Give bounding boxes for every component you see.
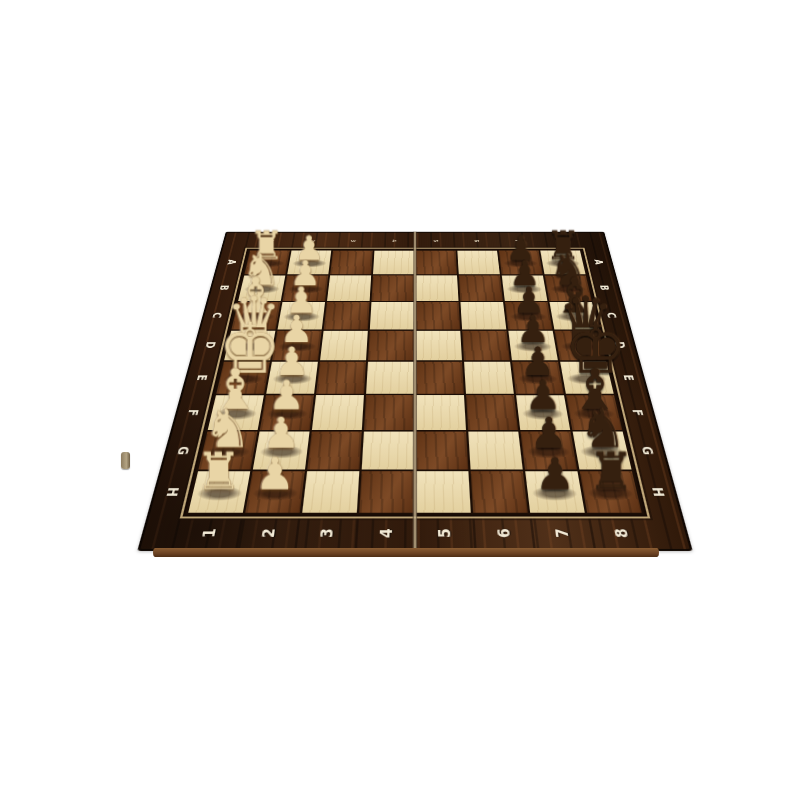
coordinate-label: H [648, 487, 668, 497]
rank-label-back-3: 3 [332, 232, 375, 250]
square-f5[interactable] [416, 395, 466, 430]
square-g5[interactable] [416, 432, 468, 470]
square-g3[interactable] [307, 432, 361, 470]
product-photo: ABCDEFGH ABCDEFGH 12345678 12345678 ♜♟♟♜… [0, 0, 800, 800]
coordinate-label: E [193, 374, 210, 380]
square-h4[interactable] [359, 471, 414, 513]
square-h1[interactable]: ♜ [188, 471, 250, 513]
square-b4[interactable] [371, 275, 414, 300]
chessboard-scene: ABCDEFGH ABCDEFGH 12345678 12345678 ♜♟♟♜… [190, 131, 640, 591]
square-h3[interactable] [302, 471, 359, 513]
brass-clasp [121, 452, 130, 469]
square-e4[interactable] [366, 362, 414, 394]
coordinate-label: 7 [552, 528, 573, 538]
square-c3[interactable] [324, 302, 370, 329]
coordinate-label: 4 [376, 528, 396, 538]
coordinate-label: A [591, 259, 606, 264]
square-e6[interactable] [464, 362, 514, 394]
square-b5[interactable] [416, 275, 459, 300]
rank-label-front-4: 4 [354, 515, 414, 551]
square-e3[interactable] [316, 362, 366, 394]
coordinate-label: A [224, 259, 239, 264]
coordinate-label: 2 [309, 239, 316, 241]
square-h2[interactable]: ♟ [245, 471, 305, 513]
square-c5[interactable] [416, 302, 460, 329]
rank-label-front-6: 6 [472, 515, 534, 551]
square-f3[interactable] [312, 395, 364, 430]
black-rook[interactable]: ♜ [584, 445, 638, 496]
square-g6[interactable] [468, 432, 522, 470]
white-rook[interactable]: ♜ [192, 445, 246, 496]
coordinate-label: 4 [391, 239, 398, 241]
rank-label-front-3: 3 [294, 515, 356, 551]
rank-label-front-1: 1 [177, 515, 241, 551]
coordinate-label: 5 [435, 528, 455, 538]
coordinate-label: F [628, 409, 646, 416]
coordinate-label: 1 [199, 528, 220, 538]
coordinate-label: H [162, 487, 182, 497]
square-e5[interactable] [416, 362, 464, 394]
square-d5[interactable] [416, 331, 462, 361]
coordinate-label: D [202, 342, 218, 349]
square-a6[interactable] [457, 251, 500, 275]
coordinate-label: 6 [473, 239, 480, 241]
square-d4[interactable] [368, 331, 414, 361]
board-front-edge [153, 548, 659, 557]
coordinate-label: 8 [610, 528, 631, 538]
coordinate-label: 3 [350, 239, 357, 241]
coordinate-label: 3 [317, 528, 337, 538]
coordinate-label: 5 [432, 239, 439, 241]
square-a3[interactable] [330, 251, 373, 275]
square-h8[interactable]: ♜ [580, 471, 642, 513]
coordinate-label: 6 [493, 528, 513, 538]
coordinate-label: F [184, 409, 202, 416]
rank-label-front-2: 2 [234, 515, 298, 551]
square-a4[interactable] [373, 251, 414, 275]
coordinate-label: G [638, 446, 657, 455]
square-b3[interactable] [327, 275, 371, 300]
coordinate-label: G [173, 446, 192, 455]
square-h5[interactable] [416, 471, 471, 513]
rank-label-back-5: 5 [415, 232, 457, 250]
rank-label-front-7: 7 [529, 515, 593, 551]
square-c6[interactable] [460, 302, 506, 329]
chess-board: ABCDEFGH ABCDEFGH 12345678 12345678 ♜♟♟♜… [137, 232, 692, 551]
square-f6[interactable] [466, 395, 518, 430]
coordinate-label: 7 [514, 239, 521, 241]
square-f4[interactable] [364, 395, 414, 430]
coordinate-label: 1 [268, 239, 275, 241]
square-h7[interactable]: ♟ [525, 471, 585, 513]
black-pawn[interactable]: ♟ [528, 452, 582, 496]
rank-label-front-5: 5 [414, 515, 474, 551]
square-h6[interactable] [471, 471, 528, 513]
white-pawn[interactable]: ♟ [248, 452, 302, 496]
rank-label-back-6: 6 [456, 232, 499, 250]
square-g4[interactable] [362, 432, 414, 470]
coordinate-label: 8 [555, 239, 562, 241]
square-a5[interactable] [416, 251, 457, 275]
coordinate-label: B [598, 285, 613, 290]
coordinate-label: 2 [258, 528, 279, 538]
rank-label-front-8: 8 [587, 515, 653, 551]
square-c4[interactable] [370, 302, 414, 329]
hinge-seam [413, 232, 418, 551]
square-d6[interactable] [462, 331, 510, 361]
rank-label-back-4: 4 [373, 232, 415, 250]
square-d3[interactable] [320, 331, 368, 361]
square-b6[interactable] [459, 275, 503, 300]
coordinate-label: B [217, 285, 232, 290]
